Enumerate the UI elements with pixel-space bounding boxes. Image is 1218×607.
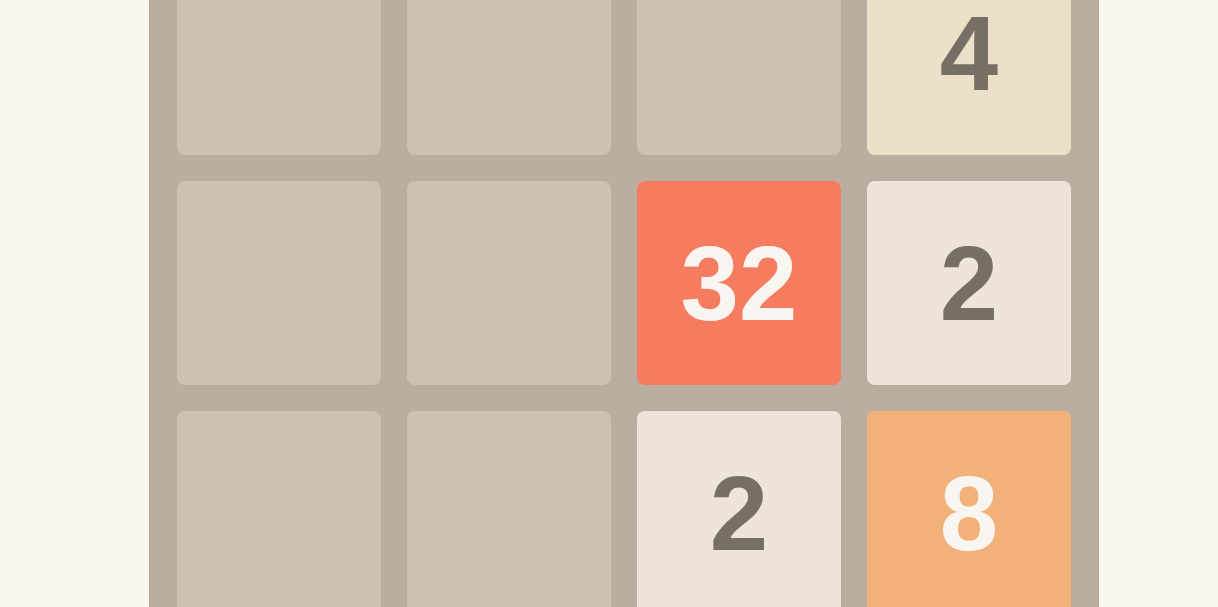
- cell-r2c2: 2: [637, 411, 841, 607]
- tile-8: 8: [867, 411, 1071, 607]
- cell-r2c3: 8: [867, 411, 1071, 607]
- tile-2: 2: [637, 411, 841, 607]
- tile-4: 4: [867, 0, 1071, 155]
- cell-r2c0: [177, 411, 381, 607]
- cell-r1c0: [177, 181, 381, 385]
- page: { "game": "2048", "view": { "description…: [0, 0, 1218, 607]
- tile-2: 2: [867, 181, 1071, 385]
- cell-r0c3: 4: [867, 0, 1071, 155]
- tile-32: 32: [637, 181, 841, 385]
- cell-r1c1: [407, 181, 611, 385]
- board-2048[interactable]: 4 32 2 2 8: [149, 0, 1099, 607]
- cell-r0c0: [177, 0, 381, 155]
- cell-r0c2: [637, 0, 841, 155]
- cell-r1c3: 2: [867, 181, 1071, 385]
- cell-r1c2: 32: [637, 181, 841, 385]
- cell-r0c1: [407, 0, 611, 155]
- cell-r2c1: [407, 411, 611, 607]
